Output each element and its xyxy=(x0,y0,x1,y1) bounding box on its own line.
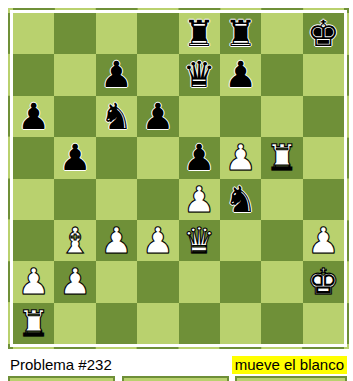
square-d8[interactable] xyxy=(137,13,178,54)
square-g3[interactable] xyxy=(261,220,302,261)
square-f2[interactable] xyxy=(220,261,261,302)
square-f8[interactable]: ♜ xyxy=(220,13,261,54)
square-e6[interactable] xyxy=(179,96,220,137)
square-d4[interactable] xyxy=(137,179,178,220)
square-h5[interactable] xyxy=(303,137,344,178)
next-problem-preview-3[interactable] xyxy=(235,376,347,381)
square-b7[interactable] xyxy=(54,54,95,95)
square-b6[interactable] xyxy=(54,96,95,137)
black-pawn-b5[interactable]: ♟ xyxy=(54,137,95,178)
white-queen-e3[interactable]: ♛ xyxy=(179,220,220,261)
square-h1[interactable] xyxy=(303,303,344,344)
black-knight-c6[interactable]: ♞ xyxy=(96,96,137,137)
square-c3[interactable]: ♟ xyxy=(96,220,137,261)
square-h6[interactable] xyxy=(303,96,344,137)
square-g7[interactable] xyxy=(261,54,302,95)
square-b3[interactable]: ♝ xyxy=(54,220,95,261)
white-pawn-b2[interactable]: ♟ xyxy=(54,261,95,302)
square-g1[interactable] xyxy=(261,303,302,344)
square-b5[interactable]: ♟ xyxy=(54,137,95,178)
problem-number-label: Problema #232 xyxy=(10,356,112,374)
square-f7[interactable]: ♟ xyxy=(220,54,261,95)
square-d2[interactable] xyxy=(137,261,178,302)
square-h4[interactable] xyxy=(303,179,344,220)
black-king-h8[interactable]: ♚ xyxy=(303,13,344,54)
white-pawn-e4[interactable]: ♟ xyxy=(179,179,220,220)
square-f3[interactable] xyxy=(220,220,261,261)
square-f1[interactable] xyxy=(220,303,261,344)
square-f4[interactable]: ♞ xyxy=(220,179,261,220)
square-h2[interactable]: ♚ xyxy=(303,261,344,302)
black-rook-e8[interactable]: ♜ xyxy=(179,13,220,54)
square-g2[interactable] xyxy=(261,261,302,302)
board-grid: ♜♜♚♟♛♟♟♞♟♟♟♟♜♟♞♝♟♟♛♟♟♟♚♜ xyxy=(13,13,344,344)
square-a8[interactable] xyxy=(13,13,54,54)
square-f6[interactable] xyxy=(220,96,261,137)
square-b8[interactable] xyxy=(54,13,95,54)
square-c4[interactable] xyxy=(96,179,137,220)
white-pawn-h3[interactable]: ♟ xyxy=(303,220,344,261)
square-h3[interactable]: ♟ xyxy=(303,220,344,261)
square-a7[interactable] xyxy=(13,54,54,95)
square-h8[interactable]: ♚ xyxy=(303,13,344,54)
white-pawn-a2[interactable]: ♟ xyxy=(13,261,54,302)
square-e7[interactable]: ♛ xyxy=(179,54,220,95)
square-c8[interactable] xyxy=(96,13,137,54)
black-knight-f4[interactable]: ♞ xyxy=(220,179,261,220)
square-a3[interactable] xyxy=(13,220,54,261)
white-bishop-b3[interactable]: ♝ xyxy=(54,220,95,261)
square-a6[interactable]: ♟ xyxy=(13,96,54,137)
square-g8[interactable] xyxy=(261,13,302,54)
white-rook-g5[interactable]: ♜ xyxy=(261,137,302,178)
white-pawn-c3[interactable]: ♟ xyxy=(96,220,137,261)
square-c2[interactable] xyxy=(96,261,137,302)
square-a2[interactable]: ♟ xyxy=(13,261,54,302)
black-queen-e7[interactable]: ♛ xyxy=(179,54,220,95)
square-d5[interactable] xyxy=(137,137,178,178)
black-pawn-d6[interactable]: ♟ xyxy=(137,96,178,137)
side-to-move-label: mueve el blanco xyxy=(232,356,347,374)
square-a1[interactable]: ♜ xyxy=(13,303,54,344)
next-problem-preview-1[interactable] xyxy=(8,376,115,381)
square-d1[interactable] xyxy=(137,303,178,344)
square-c6[interactable]: ♞ xyxy=(96,96,137,137)
square-b1[interactable] xyxy=(54,303,95,344)
square-d3[interactable]: ♟ xyxy=(137,220,178,261)
square-c7[interactable]: ♟ xyxy=(96,54,137,95)
square-g6[interactable] xyxy=(261,96,302,137)
square-b4[interactable] xyxy=(54,179,95,220)
chess-board: ♜♜♚♟♛♟♟♞♟♟♟♟♜♟♞♝♟♟♛♟♟♟♚♜ xyxy=(8,8,349,349)
square-e8[interactable]: ♜ xyxy=(179,13,220,54)
square-b2[interactable]: ♟ xyxy=(54,261,95,302)
square-h7[interactable] xyxy=(303,54,344,95)
white-rook-a1[interactable]: ♜ xyxy=(13,303,54,344)
square-e3[interactable]: ♛ xyxy=(179,220,220,261)
square-a5[interactable] xyxy=(13,137,54,178)
white-king-h2[interactable]: ♚ xyxy=(303,261,344,302)
black-pawn-a6[interactable]: ♟ xyxy=(13,96,54,137)
square-e4[interactable]: ♟ xyxy=(179,179,220,220)
square-c5[interactable] xyxy=(96,137,137,178)
black-pawn-f7[interactable]: ♟ xyxy=(220,54,261,95)
square-d6[interactable]: ♟ xyxy=(137,96,178,137)
square-d7[interactable] xyxy=(137,54,178,95)
square-g4[interactable] xyxy=(261,179,302,220)
next-problem-preview-2[interactable] xyxy=(122,376,229,381)
square-c1[interactable] xyxy=(96,303,137,344)
square-a4[interactable] xyxy=(13,179,54,220)
square-e1[interactable] xyxy=(179,303,220,344)
square-f5[interactable]: ♟ xyxy=(220,137,261,178)
white-pawn-d3[interactable]: ♟ xyxy=(137,220,178,261)
square-g5[interactable]: ♜ xyxy=(261,137,302,178)
white-pawn-f5[interactable]: ♟ xyxy=(220,137,261,178)
black-pawn-c7[interactable]: ♟ xyxy=(96,54,137,95)
square-e5[interactable]: ♟ xyxy=(179,137,220,178)
square-e2[interactable] xyxy=(179,261,220,302)
black-rook-f8[interactable]: ♜ xyxy=(220,13,261,54)
black-pawn-e5[interactable]: ♟ xyxy=(179,137,220,178)
